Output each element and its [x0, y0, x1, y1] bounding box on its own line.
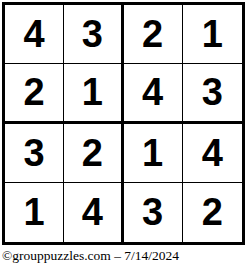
cell-r1c4[interactable]: 1: [183, 5, 242, 64]
sudoku-board: 4321214332141432: [2, 2, 245, 245]
cell-r4c3[interactable]: 3: [124, 183, 183, 242]
cell-r3c3[interactable]: 1: [124, 124, 183, 183]
credit-footer: ©grouppuzzles.com – 7/14/2024: [2, 247, 179, 264]
cell-r4c4[interactable]: 2: [183, 183, 242, 242]
cell-r2c2[interactable]: 1: [64, 64, 123, 123]
cell-r1c1[interactable]: 4: [5, 5, 64, 64]
cell-r1c2[interactable]: 3: [64, 5, 123, 64]
cell-r3c1[interactable]: 3: [5, 124, 64, 183]
cell-r3c4[interactable]: 4: [183, 124, 242, 183]
cell-r4c1[interactable]: 1: [5, 183, 64, 242]
cell-r2c3[interactable]: 4: [124, 64, 183, 123]
cell-r2c4[interactable]: 3: [183, 64, 242, 123]
cell-r4c2[interactable]: 4: [64, 183, 123, 242]
cell-r2c1[interactable]: 2: [5, 64, 64, 123]
cell-r1c3[interactable]: 2: [124, 5, 183, 64]
cell-r3c2[interactable]: 2: [64, 124, 123, 183]
sudoku-page: 4321214332141432 ©grouppuzzles.com – 7/1…: [0, 0, 247, 269]
